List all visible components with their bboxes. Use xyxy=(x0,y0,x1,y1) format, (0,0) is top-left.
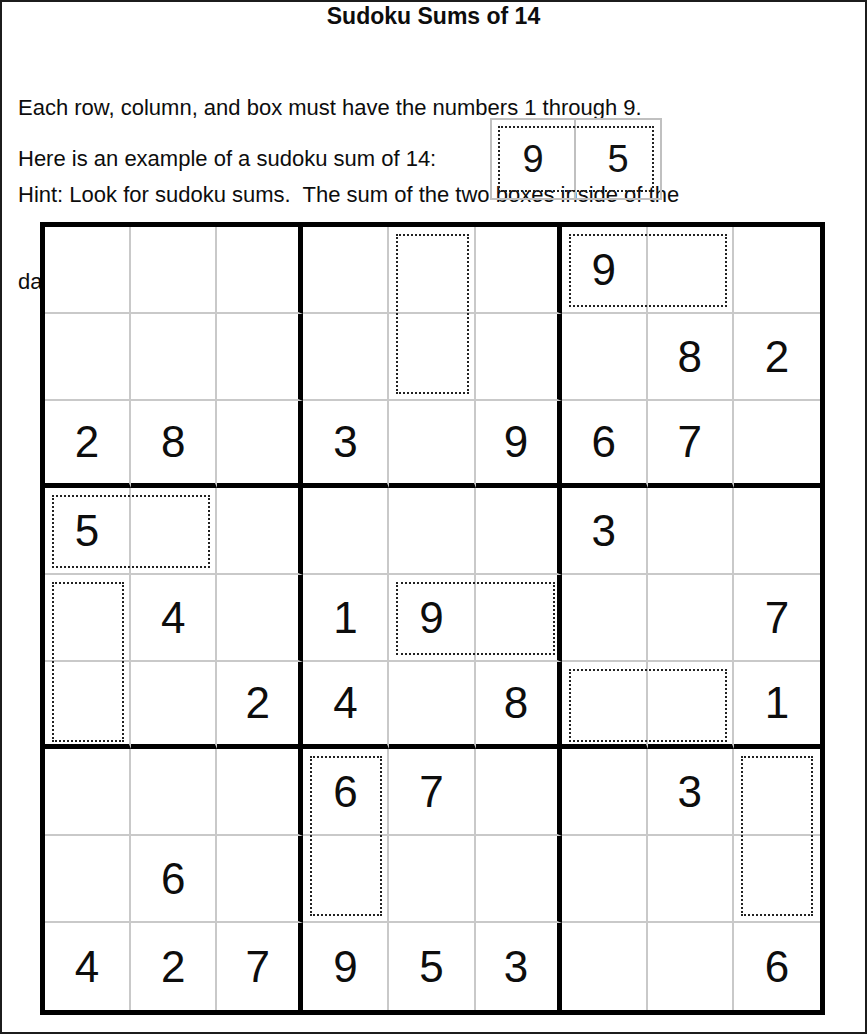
cell-r7c6[interactable] xyxy=(476,749,562,836)
cell-r6c1[interactable] xyxy=(45,662,131,749)
cell-r2c4[interactable] xyxy=(303,314,389,401)
given-r5c4: 1 xyxy=(303,575,389,662)
cell-r4c3[interactable] xyxy=(217,488,303,575)
cell-r2c7[interactable] xyxy=(562,314,648,401)
given-r9c5: 5 xyxy=(389,923,475,1010)
cell-r7c7[interactable] xyxy=(562,749,648,836)
given-r3c7: 6 xyxy=(562,401,648,488)
cell-r6c5[interactable] xyxy=(389,662,475,749)
given-r7c5: 7 xyxy=(389,749,475,836)
example-box: 9 5 xyxy=(490,118,662,200)
given-r3c2: 8 xyxy=(131,401,217,488)
cell-r4c6[interactable] xyxy=(476,488,562,575)
cell-r8c6[interactable] xyxy=(476,836,562,923)
cell-r8c4[interactable] xyxy=(303,836,389,923)
given-r5c5: 9 xyxy=(389,575,475,662)
cell-r4c8[interactable] xyxy=(648,488,734,575)
cell-r5c7[interactable] xyxy=(562,575,648,662)
cell-r8c3[interactable] xyxy=(217,836,303,923)
cell-r5c6[interactable] xyxy=(476,575,562,662)
given-r9c2: 2 xyxy=(131,923,217,1010)
cell-r3c9[interactable] xyxy=(734,401,820,488)
cell-r5c3[interactable] xyxy=(217,575,303,662)
given-r3c1: 2 xyxy=(45,401,131,488)
cell-r1c5[interactable] xyxy=(389,227,475,314)
given-r6c6: 8 xyxy=(476,662,562,749)
cell-r1c3[interactable] xyxy=(217,227,303,314)
cell-r6c2[interactable] xyxy=(131,662,217,749)
cell-r1c4[interactable] xyxy=(303,227,389,314)
cell-r1c1[interactable] xyxy=(45,227,131,314)
given-r7c4: 6 xyxy=(303,749,389,836)
given-r9c4: 9 xyxy=(303,923,389,1010)
cell-r7c3[interactable] xyxy=(217,749,303,836)
cell-r7c1[interactable] xyxy=(45,749,131,836)
given-r9c9: 6 xyxy=(734,923,820,1010)
cell-r7c2[interactable] xyxy=(131,749,217,836)
cell-r2c6[interactable] xyxy=(476,314,562,401)
cell-r2c2[interactable] xyxy=(131,314,217,401)
cell-r6c8[interactable] xyxy=(648,662,734,749)
given-r9c1: 4 xyxy=(45,923,131,1010)
given-r4c7: 3 xyxy=(562,488,648,575)
example-cell-right: 5 xyxy=(576,120,660,198)
cell-r1c2[interactable] xyxy=(131,227,217,314)
given-r1c7: 9 xyxy=(562,227,648,314)
cell-r9c8[interactable] xyxy=(648,923,734,1010)
given-r5c2: 4 xyxy=(131,575,217,662)
cell-r8c7[interactable] xyxy=(562,836,648,923)
given-r3c4: 3 xyxy=(303,401,389,488)
cell-r4c2[interactable] xyxy=(131,488,217,575)
given-r9c6: 3 xyxy=(476,923,562,1010)
cell-r1c9[interactable] xyxy=(734,227,820,314)
given-r6c4: 4 xyxy=(303,662,389,749)
example-label: Here is an example of a sudoku sum of 14… xyxy=(18,146,436,172)
page-title: Sudoku Sums of 14 xyxy=(2,3,865,30)
cell-r8c9[interactable] xyxy=(734,836,820,923)
given-r2c9: 2 xyxy=(734,314,820,401)
given-r6c9: 1 xyxy=(734,662,820,749)
worksheet-page: Sudoku Sums of 14 Each row, column, and … xyxy=(0,0,867,1034)
cell-r5c8[interactable] xyxy=(648,575,734,662)
cell-r1c6[interactable] xyxy=(476,227,562,314)
cell-r5c1[interactable] xyxy=(45,575,131,662)
given-r9c3: 7 xyxy=(217,923,303,1010)
cell-r3c5[interactable] xyxy=(389,401,475,488)
cell-r2c1[interactable] xyxy=(45,314,131,401)
cell-r8c8[interactable] xyxy=(648,836,734,923)
cell-r4c5[interactable] xyxy=(389,488,475,575)
given-r7c8: 3 xyxy=(648,749,734,836)
cell-r8c1[interactable] xyxy=(45,836,131,923)
given-r4c1: 5 xyxy=(45,488,131,575)
sudoku-board: 982283967534197248167364279536 xyxy=(40,222,825,1015)
given-r5c9: 7 xyxy=(734,575,820,662)
cell-r6c7[interactable] xyxy=(562,662,648,749)
given-r8c2: 6 xyxy=(131,836,217,923)
example-cell-left: 9 xyxy=(492,120,576,198)
cell-r1c8[interactable] xyxy=(648,227,734,314)
cell-r2c5[interactable] xyxy=(389,314,475,401)
given-r3c8: 7 xyxy=(648,401,734,488)
cell-r7c9[interactable] xyxy=(734,749,820,836)
cell-r4c4[interactable] xyxy=(303,488,389,575)
cell-r8c5[interactable] xyxy=(389,836,475,923)
cell-r9c7[interactable] xyxy=(562,923,648,1010)
cell-r3c3[interactable] xyxy=(217,401,303,488)
cell-r4c9[interactable] xyxy=(734,488,820,575)
given-r3c6: 9 xyxy=(476,401,562,488)
given-r6c3: 2 xyxy=(217,662,303,749)
given-r2c8: 8 xyxy=(648,314,734,401)
cell-r2c3[interactable] xyxy=(217,314,303,401)
